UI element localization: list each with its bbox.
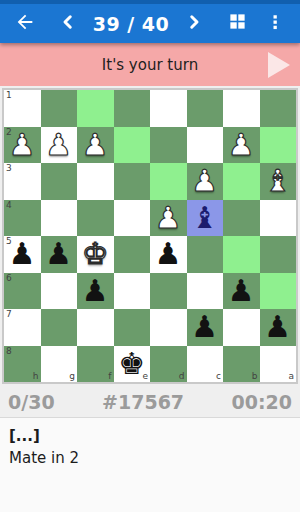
square-b2[interactable]: ♟	[223, 127, 260, 164]
square-d3[interactable]	[150, 163, 187, 200]
arrow-left-icon	[14, 11, 36, 37]
square-a7[interactable]: ♟	[260, 309, 297, 346]
square-a3[interactable]: ♝	[260, 163, 297, 200]
square-c5[interactable]	[187, 236, 224, 273]
square-e6[interactable]	[114, 273, 151, 310]
square-b6[interactable]: ♟	[223, 273, 260, 310]
square-a1[interactable]	[260, 90, 297, 127]
square-c1[interactable]	[187, 90, 224, 127]
next-puzzle-button[interactable]	[179, 9, 209, 39]
square-g6[interactable]	[41, 273, 78, 310]
rank-label-7: 7	[6, 310, 12, 319]
square-e4[interactable]	[114, 200, 151, 237]
square-f5[interactable]: ♚	[77, 236, 114, 273]
square-d8[interactable]: d	[150, 346, 187, 383]
board-section: 12♟♟♟♟3♟♝4♟♝5♟♟♚♟6♟♟7♟♟8hgfe♚dcba	[0, 86, 300, 386]
puzzle-counter: 39 / 40	[93, 13, 170, 35]
chevron-left-icon	[59, 13, 77, 35]
black-king[interactable]: ♚	[118, 346, 145, 383]
square-g3[interactable]	[41, 163, 78, 200]
black-pawn[interactable]: ♟	[155, 236, 182, 273]
square-f1[interactable]	[77, 90, 114, 127]
play-icon[interactable]	[268, 52, 290, 78]
square-h6[interactable]: 6	[4, 273, 41, 310]
puzzle-grid-button[interactable]	[222, 9, 252, 39]
file-label-f: f	[108, 372, 111, 381]
white-pawn[interactable]: ♟	[228, 127, 255, 164]
white-bishop[interactable]: ♝	[264, 163, 291, 200]
square-h8[interactable]: 8h	[4, 346, 41, 383]
square-f2[interactable]: ♟	[77, 127, 114, 164]
square-b5[interactable]	[223, 236, 260, 273]
square-f7[interactable]	[77, 309, 114, 346]
square-b7[interactable]	[223, 309, 260, 346]
file-label-g: g	[69, 372, 75, 381]
square-e5[interactable]	[114, 236, 151, 273]
square-e2[interactable]	[114, 127, 151, 164]
file-label-h: h	[33, 372, 39, 381]
square-d2[interactable]	[150, 127, 187, 164]
square-g1[interactable]	[41, 90, 78, 127]
score-counter: 0/30	[8, 391, 55, 413]
square-h2[interactable]: 2♟	[4, 127, 41, 164]
square-h5[interactable]: 5♟	[4, 236, 41, 273]
white-pawn[interactable]: ♟	[155, 200, 182, 237]
square-c4[interactable]: ♝	[187, 200, 224, 237]
puzzle-id: #17567	[102, 391, 184, 413]
square-h4[interactable]: 4	[4, 200, 41, 237]
black-pawn[interactable]: ♟	[191, 309, 218, 346]
black-bishop[interactable]: ♝	[191, 200, 218, 237]
turn-text: It's your turn	[102, 56, 198, 74]
square-g8[interactable]: g	[41, 346, 78, 383]
status-bar: 0/30 #17567 00:20	[0, 386, 300, 418]
rank-label-3: 3	[6, 164, 12, 173]
square-a5[interactable]	[260, 236, 297, 273]
square-d5[interactable]: ♟	[150, 236, 187, 273]
back-button[interactable]	[10, 9, 40, 39]
rank-label-4: 4	[6, 201, 12, 210]
square-c3[interactable]: ♟	[187, 163, 224, 200]
square-d7[interactable]	[150, 309, 187, 346]
square-d1[interactable]	[150, 90, 187, 127]
square-e1[interactable]	[114, 90, 151, 127]
white-pawn[interactable]: ♟	[9, 127, 36, 164]
white-pawn[interactable]: ♟	[45, 127, 72, 164]
black-pawn[interactable]: ♟	[264, 309, 291, 346]
square-c8[interactable]: c	[187, 346, 224, 383]
black-pawn[interactable]: ♟	[9, 236, 36, 273]
square-g7[interactable]	[41, 309, 78, 346]
file-label-d: d	[179, 372, 185, 381]
timer: 00:20	[232, 391, 292, 413]
square-g2[interactable]: ♟	[41, 127, 78, 164]
chevron-right-icon	[185, 13, 203, 35]
app-bar: 39 / 40	[0, 0, 300, 43]
kebab-menu-icon	[266, 13, 284, 35]
puzzle-goal: Mate in 2	[9, 449, 291, 467]
chess-board[interactable]: 12♟♟♟♟3♟♝4♟♝5♟♟♚♟6♟♟7♟♟8hgfe♚dcba	[4, 90, 296, 382]
grid-icon	[228, 12, 247, 35]
white-king[interactable]: ♚	[82, 236, 109, 273]
moves-panel: [...] Mate in 2	[0, 418, 300, 476]
square-g4[interactable]	[41, 200, 78, 237]
square-c2[interactable]	[187, 127, 224, 164]
square-d6[interactable]	[150, 273, 187, 310]
square-e8[interactable]: e♚	[114, 346, 151, 383]
square-e7[interactable]	[114, 309, 151, 346]
square-g5[interactable]: ♟	[41, 236, 78, 273]
rank-label-1: 1	[6, 91, 12, 100]
rank-label-5: 5	[6, 237, 12, 246]
square-d4[interactable]: ♟	[150, 200, 187, 237]
overflow-menu-button[interactable]	[260, 9, 290, 39]
square-b4[interactable]	[223, 200, 260, 237]
square-f4[interactable]	[77, 200, 114, 237]
black-pawn[interactable]: ♟	[228, 273, 255, 310]
square-f3[interactable]	[77, 163, 114, 200]
square-e3[interactable]	[114, 163, 151, 200]
square-b3[interactable]	[223, 163, 260, 200]
white-pawn[interactable]: ♟	[191, 163, 218, 200]
file-label-e: e	[142, 372, 148, 381]
square-h1[interactable]: 1	[4, 90, 41, 127]
black-pawn[interactable]: ♟	[82, 273, 109, 310]
square-h3[interactable]: 3	[4, 163, 41, 200]
square-b8[interactable]: b	[223, 346, 260, 383]
square-c7[interactable]: ♟	[187, 309, 224, 346]
black-pawn[interactable]: ♟	[45, 236, 72, 273]
rank-label-2: 2	[6, 128, 12, 137]
moves-ellipsis: [...]	[9, 427, 291, 445]
puzzle-pager: 39 / 40	[40, 9, 222, 39]
square-a6[interactable]	[260, 273, 297, 310]
square-c6[interactable]	[187, 273, 224, 310]
file-label-a: a	[288, 372, 294, 381]
previous-puzzle-button[interactable]	[53, 9, 83, 39]
square-f6[interactable]: ♟	[77, 273, 114, 310]
turn-banner: It's your turn	[0, 43, 300, 86]
rank-label-6: 6	[6, 274, 12, 283]
square-a8[interactable]: a	[260, 346, 297, 383]
square-a2[interactable]	[260, 127, 297, 164]
file-label-c: c	[216, 372, 221, 381]
rank-label-8: 8	[6, 347, 12, 356]
file-label-b: b	[252, 372, 258, 381]
board-frame: 12♟♟♟♟3♟♝4♟♝5♟♟♚♟6♟♟7♟♟8hgfe♚dcba	[2, 88, 298, 384]
white-pawn[interactable]: ♟	[82, 127, 109, 164]
square-a4[interactable]	[260, 200, 297, 237]
square-f8[interactable]: f	[77, 346, 114, 383]
square-b1[interactable]	[223, 90, 260, 127]
square-h7[interactable]: 7	[4, 309, 41, 346]
